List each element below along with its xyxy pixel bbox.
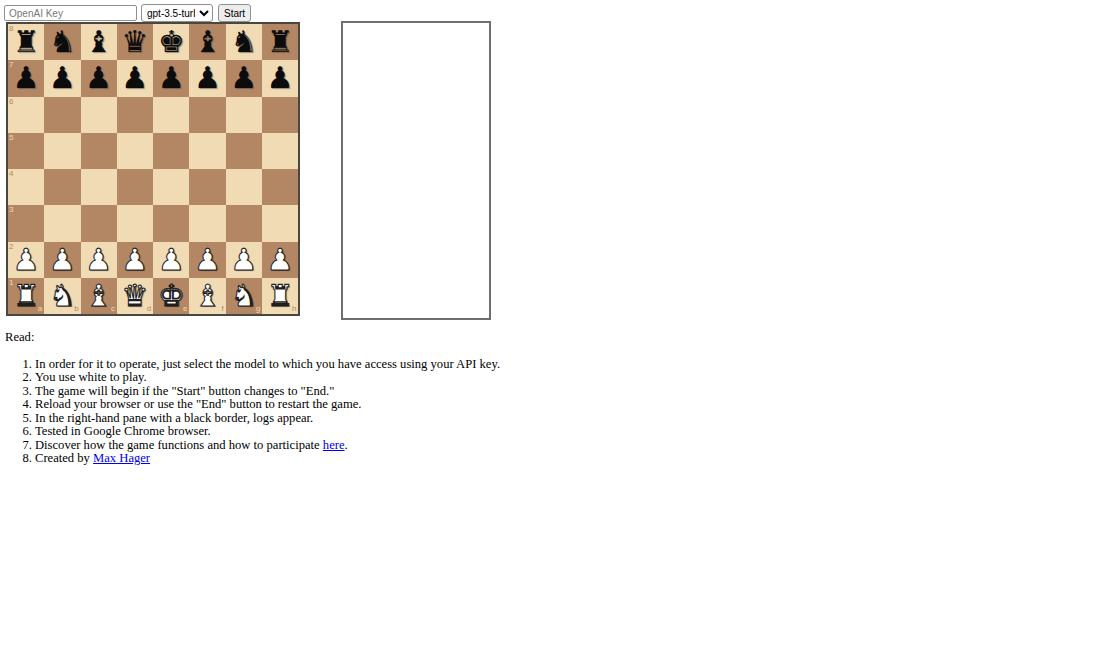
instruction-item-8: Created by Max Hager bbox=[35, 452, 645, 466]
square-e7[interactable]: ♟ bbox=[153, 60, 189, 96]
square-h8[interactable]: ♜ bbox=[262, 24, 298, 60]
square-a2[interactable]: 2♟ bbox=[8, 242, 44, 278]
square-c8[interactable]: ♝ bbox=[81, 24, 117, 60]
file-label-h: h bbox=[292, 305, 296, 313]
black-rook[interactable]: ♜ bbox=[13, 24, 40, 60]
black-king[interactable]: ♚ bbox=[158, 24, 185, 60]
square-f8[interactable]: ♝ bbox=[189, 24, 225, 60]
black-bishop[interactable]: ♝ bbox=[194, 24, 221, 60]
square-b3[interactable] bbox=[44, 205, 80, 241]
model-select[interactable]: gpt-3.5-turbo bbox=[141, 4, 213, 22]
black-pawn[interactable]: ♟ bbox=[230, 60, 257, 96]
square-h1[interactable]: h♜ bbox=[262, 278, 298, 314]
instructions-heading: Read: bbox=[5, 331, 645, 345]
square-e8[interactable]: ♚ bbox=[153, 24, 189, 60]
square-d7[interactable]: ♟ bbox=[117, 60, 153, 96]
square-f6[interactable] bbox=[189, 97, 225, 133]
instruction-text-after: . bbox=[345, 438, 348, 452]
square-c7[interactable]: ♟ bbox=[81, 60, 117, 96]
square-c4[interactable] bbox=[81, 169, 117, 205]
square-a4[interactable]: 4 bbox=[8, 169, 44, 205]
square-c3[interactable] bbox=[81, 205, 117, 241]
white-bishop[interactable]: ♝ bbox=[194, 278, 221, 314]
black-knight[interactable]: ♞ bbox=[49, 24, 76, 60]
rank-label-4: 4 bbox=[9, 170, 13, 178]
white-pawn[interactable]: ♟ bbox=[194, 242, 221, 278]
square-d4[interactable] bbox=[117, 169, 153, 205]
instruction-text: Tested in Google Chrome browser. bbox=[35, 424, 211, 438]
file-label-g: g bbox=[256, 305, 260, 313]
log-pane[interactable] bbox=[341, 21, 491, 320]
instruction-text: In the right-hand pane with a black bord… bbox=[35, 411, 313, 425]
instruction-text: The game will begin if the "Start" butto… bbox=[35, 384, 334, 398]
square-b1[interactable]: b♞ bbox=[44, 278, 80, 314]
file-label-a: a bbox=[38, 305, 42, 313]
square-d1[interactable]: d♛ bbox=[117, 278, 153, 314]
square-g4[interactable] bbox=[226, 169, 262, 205]
square-b5[interactable] bbox=[44, 133, 80, 169]
black-pawn[interactable]: ♟ bbox=[267, 60, 294, 96]
rank-label-6: 6 bbox=[9, 98, 13, 106]
black-pawn[interactable]: ♟ bbox=[194, 60, 221, 96]
square-a5[interactable]: 5 bbox=[8, 133, 44, 169]
file-label-d: d bbox=[147, 305, 151, 313]
max-hager-link[interactable]: Max Hager bbox=[93, 451, 150, 465]
white-queen[interactable]: ♛ bbox=[122, 278, 149, 314]
instruction-text: Created by bbox=[35, 451, 93, 465]
square-d8[interactable]: ♛ bbox=[117, 24, 153, 60]
square-e3[interactable] bbox=[153, 205, 189, 241]
square-g3[interactable] bbox=[226, 205, 262, 241]
square-e2[interactable]: ♟ bbox=[153, 242, 189, 278]
square-h3[interactable] bbox=[262, 205, 298, 241]
black-queen[interactable]: ♛ bbox=[122, 24, 149, 60]
square-a8[interactable]: 8♜ bbox=[8, 24, 44, 60]
instruction-item-5: In the right-hand pane with a black bord… bbox=[35, 412, 645, 426]
instruction-text: In order for it to operate, just select … bbox=[35, 357, 500, 371]
white-knight[interactable]: ♞ bbox=[49, 278, 76, 314]
white-knight[interactable]: ♞ bbox=[230, 278, 257, 314]
square-f4[interactable] bbox=[189, 169, 225, 205]
square-d2[interactable]: ♟ bbox=[117, 242, 153, 278]
instructions-section: Read: In order for it to operate, just s… bbox=[5, 331, 645, 466]
square-d6[interactable] bbox=[117, 97, 153, 133]
rank-label-7: 7 bbox=[9, 61, 13, 69]
white-pawn[interactable]: ♟ bbox=[158, 242, 185, 278]
white-pawn[interactable]: ♟ bbox=[13, 242, 40, 278]
white-rook[interactable]: ♜ bbox=[13, 278, 40, 314]
instruction-text: Reload your browser or use the "End" but… bbox=[35, 397, 361, 411]
white-king[interactable]: ♚ bbox=[158, 278, 185, 314]
api-key-input[interactable] bbox=[4, 5, 137, 21]
instruction-item-1: In order for it to operate, just select … bbox=[35, 358, 645, 372]
square-a3[interactable]: 3 bbox=[8, 205, 44, 241]
square-f5[interactable] bbox=[189, 133, 225, 169]
square-b8[interactable]: ♞ bbox=[44, 24, 80, 60]
instruction-item-4: Reload your browser or use the "End" but… bbox=[35, 398, 645, 412]
square-h7[interactable]: ♟ bbox=[262, 60, 298, 96]
square-b2[interactable]: ♟ bbox=[44, 242, 80, 278]
rank-label-5: 5 bbox=[9, 134, 13, 142]
instruction-item-2: You use white to play. bbox=[35, 371, 645, 385]
file-label-e: e bbox=[183, 305, 187, 313]
square-g6[interactable] bbox=[226, 97, 262, 133]
white-pawn[interactable]: ♟ bbox=[122, 242, 149, 278]
white-pawn[interactable]: ♟ bbox=[49, 242, 76, 278]
square-f2[interactable]: ♟ bbox=[189, 242, 225, 278]
square-e5[interactable] bbox=[153, 133, 189, 169]
black-pawn[interactable]: ♟ bbox=[158, 60, 185, 96]
rank-label-8: 8 bbox=[9, 25, 13, 33]
white-pawn[interactable]: ♟ bbox=[267, 242, 294, 278]
square-a1[interactable]: 1a♜ bbox=[8, 278, 44, 314]
square-f7[interactable]: ♟ bbox=[189, 60, 225, 96]
instruction-item-7: Discover how the game functions and how … bbox=[35, 439, 645, 453]
square-c2[interactable]: ♟ bbox=[81, 242, 117, 278]
square-h5[interactable] bbox=[262, 133, 298, 169]
square-h4[interactable] bbox=[262, 169, 298, 205]
black-pawn[interactable]: ♟ bbox=[49, 60, 76, 96]
black-pawn[interactable]: ♟ bbox=[85, 60, 112, 96]
square-c5[interactable] bbox=[81, 133, 117, 169]
square-g7[interactable]: ♟ bbox=[226, 60, 262, 96]
file-label-f: f bbox=[222, 305, 224, 313]
square-d3[interactable] bbox=[117, 205, 153, 241]
black-rook[interactable]: ♜ bbox=[267, 24, 294, 60]
file-label-b: b bbox=[74, 305, 78, 313]
square-e6[interactable] bbox=[153, 97, 189, 133]
rank-label-1: 1 bbox=[9, 279, 13, 287]
square-g8[interactable]: ♞ bbox=[226, 24, 262, 60]
white-rook[interactable]: ♜ bbox=[267, 278, 294, 314]
square-a6[interactable]: 6 bbox=[8, 97, 44, 133]
square-e4[interactable] bbox=[153, 169, 189, 205]
square-h2[interactable]: ♟ bbox=[262, 242, 298, 278]
white-pawn[interactable]: ♟ bbox=[230, 242, 257, 278]
square-b6[interactable] bbox=[44, 97, 80, 133]
chess-board: 8♜♞♝♛♚♝♞♜7♟♟♟♟♟♟♟♟65432♟♟♟♟♟♟♟♟1a♜b♞c♝d♛… bbox=[6, 22, 300, 316]
white-pawn[interactable]: ♟ bbox=[85, 242, 112, 278]
square-g2[interactable]: ♟ bbox=[226, 242, 262, 278]
square-f1[interactable]: f♝ bbox=[189, 278, 225, 314]
square-a7[interactable]: 7♟ bbox=[8, 60, 44, 96]
square-g1[interactable]: g♞ bbox=[226, 278, 262, 314]
here-link[interactable]: here bbox=[323, 438, 345, 452]
black-pawn[interactable]: ♟ bbox=[13, 60, 40, 96]
white-bishop[interactable]: ♝ bbox=[85, 278, 112, 314]
instruction-item-3: The game will begin if the "Start" butto… bbox=[35, 385, 645, 399]
black-bishop[interactable]: ♝ bbox=[85, 24, 112, 60]
square-c1[interactable]: c♝ bbox=[81, 278, 117, 314]
instructions-list: In order for it to operate, just select … bbox=[5, 358, 645, 466]
start-button[interactable]: Start bbox=[218, 4, 251, 22]
square-d5[interactable] bbox=[117, 133, 153, 169]
square-f3[interactable] bbox=[189, 205, 225, 241]
black-pawn[interactable]: ♟ bbox=[122, 60, 149, 96]
rank-label-3: 3 bbox=[9, 206, 13, 214]
rank-label-2: 2 bbox=[9, 243, 13, 251]
instruction-text: Discover how the game functions and how … bbox=[35, 438, 323, 452]
square-b7[interactable]: ♟ bbox=[44, 60, 80, 96]
black-knight[interactable]: ♞ bbox=[230, 24, 257, 60]
file-label-c: c bbox=[111, 305, 115, 313]
square-c6[interactable] bbox=[81, 97, 117, 133]
instruction-item-6: Tested in Google Chrome browser. bbox=[35, 425, 645, 439]
square-b4[interactable] bbox=[44, 169, 80, 205]
square-e1[interactable]: e♚ bbox=[153, 278, 189, 314]
square-g5[interactable] bbox=[226, 133, 262, 169]
instruction-text: You use white to play. bbox=[35, 370, 147, 384]
square-h6[interactable] bbox=[262, 97, 298, 133]
